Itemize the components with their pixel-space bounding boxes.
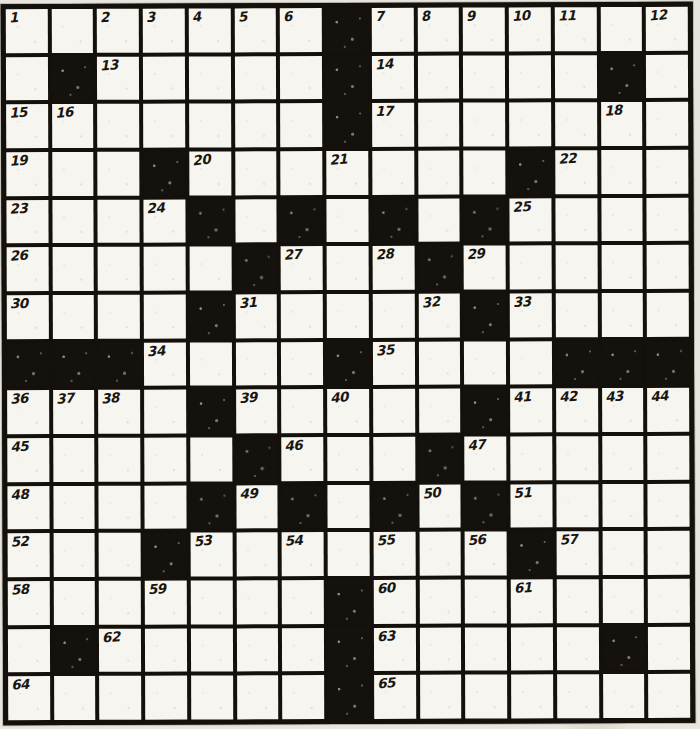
cell-r12c13[interactable]: 57 — [556, 531, 598, 575]
cell-r6c15[interactable] — [647, 245, 689, 289]
black-cell-r12c12 — [511, 532, 553, 576]
cell-r5c4[interactable]: 24 — [144, 199, 186, 243]
cell-r13c3[interactable] — [99, 581, 141, 625]
clue-number-52: 52 — [10, 534, 29, 550]
cell-r4c8[interactable]: 21 — [326, 151, 368, 195]
cell-r7c15[interactable] — [647, 293, 689, 337]
clue-number-5: 5 — [237, 9, 247, 24]
black-cell-r8c8 — [327, 342, 369, 386]
cell-r6c2[interactable] — [52, 247, 94, 291]
cell-r1c5[interactable]: 4 — [189, 8, 231, 52]
cell-r14c6[interactable] — [237, 628, 279, 672]
clue-number-45: 45 — [10, 439, 29, 455]
black-cell-r6c6 — [235, 247, 277, 291]
cell-r1c7[interactable]: 6 — [280, 8, 322, 52]
cell-r15c15[interactable] — [648, 674, 690, 718]
cell-r15c3[interactable] — [100, 676, 142, 720]
cell-r7c1[interactable]: 30 — [7, 295, 49, 339]
cell-r9c1[interactable]: 36 — [7, 390, 49, 434]
cell-r1c2[interactable] — [51, 9, 93, 53]
cell-r13c4[interactable]: 59 — [145, 581, 187, 625]
black-cell-r7c5 — [190, 294, 232, 338]
cell-r15c6[interactable] — [237, 676, 279, 720]
cell-r8c7[interactable] — [281, 342, 323, 386]
cell-r9c7[interactable] — [281, 389, 323, 433]
cell-r2c1[interactable] — [6, 57, 48, 101]
cell-r4c10[interactable] — [418, 151, 460, 195]
cell-r6c4[interactable] — [144, 247, 186, 291]
clue-number-31: 31 — [238, 295, 257, 311]
cell-r3c1[interactable]: 15 — [6, 104, 48, 148]
cell-r2c13[interactable] — [555, 55, 597, 99]
clue-number-23: 23 — [9, 200, 28, 216]
cell-r3c15[interactable] — [646, 102, 688, 146]
cell-r14c13[interactable] — [557, 627, 599, 671]
clue-number-14: 14 — [374, 56, 393, 72]
cell-r15c10[interactable] — [420, 675, 462, 719]
cell-r12c5[interactable]: 53 — [191, 533, 233, 577]
clue-number-29: 29 — [466, 246, 485, 262]
cell-r13c15[interactable] — [648, 579, 690, 623]
black-cell-r5c7 — [281, 199, 323, 243]
cell-r2c12[interactable] — [509, 55, 551, 99]
cell-r12c11[interactable]: 56 — [465, 532, 507, 576]
cell-r1c10[interactable]: 8 — [417, 8, 459, 52]
cell-r2c4[interactable] — [143, 56, 185, 100]
cell-r13c11[interactable] — [465, 579, 507, 623]
cell-r15c7[interactable] — [282, 675, 324, 719]
cell-r6c14[interactable] — [601, 245, 643, 289]
cell-r3c6[interactable] — [235, 104, 277, 148]
cell-r2c6[interactable] — [235, 56, 277, 100]
cell-r7c7[interactable] — [281, 294, 323, 338]
black-cell-r8c2 — [53, 343, 95, 387]
cell-r14c12[interactable] — [511, 627, 553, 671]
cell-r13c2[interactable] — [53, 581, 95, 625]
clue-number-43: 43 — [604, 389, 623, 405]
clue-number-38: 38 — [101, 391, 120, 407]
cell-r9c8[interactable]: 40 — [327, 389, 369, 433]
cell-r11c4[interactable] — [145, 485, 187, 529]
cell-r13c1[interactable]: 58 — [8, 581, 50, 625]
cell-r13c7[interactable] — [282, 580, 324, 624]
cell-r6c9[interactable]: 28 — [372, 246, 414, 290]
black-cell-r2c14 — [600, 55, 642, 99]
black-cell-r8c13 — [556, 341, 598, 385]
cell-r10c15[interactable] — [648, 436, 690, 480]
black-cell-r12c4 — [145, 533, 187, 577]
clue-number-50: 50 — [421, 484, 440, 501]
cell-r14c9[interactable]: 63 — [374, 627, 416, 671]
clue-number-21: 21 — [329, 151, 348, 167]
cell-r11c2[interactable] — [53, 486, 95, 530]
clue-number-22: 22 — [558, 151, 577, 167]
black-cell-r6c10 — [418, 246, 460, 290]
cell-r15c2[interactable] — [54, 676, 96, 720]
cell-r10c14[interactable] — [602, 436, 644, 480]
cell-r5c8[interactable] — [327, 199, 369, 243]
clue-number-32: 32 — [421, 294, 440, 311]
cell-r14c4[interactable] — [145, 628, 187, 672]
cell-r8c11[interactable] — [464, 341, 506, 385]
cell-r9c13[interactable]: 42 — [556, 388, 598, 432]
clue-number-47: 47 — [467, 437, 486, 453]
cell-r1c12[interactable]: 10 — [509, 7, 551, 51]
clue-number-64: 64 — [11, 677, 30, 693]
cell-r10c8[interactable] — [327, 437, 369, 481]
cell-r4c1[interactable]: 19 — [6, 152, 48, 196]
clue-number-40: 40 — [330, 390, 349, 406]
cell-r9c15[interactable]: 44 — [647, 388, 689, 432]
cell-r12c15[interactable] — [648, 531, 690, 575]
clue-number-3: 3 — [145, 9, 155, 24]
cell-r12c10[interactable] — [419, 532, 461, 576]
cell-r2c15[interactable] — [646, 54, 688, 98]
cell-r1c1[interactable]: 1 — [6, 9, 48, 53]
clue-number-58: 58 — [10, 582, 29, 598]
cell-r5c12[interactable]: 25 — [509, 198, 551, 242]
cell-r8c5[interactable] — [190, 342, 232, 386]
black-cell-r5c5 — [189, 199, 231, 243]
cell-r13c5[interactable] — [191, 580, 233, 624]
cell-r6c13[interactable] — [555, 245, 597, 289]
cell-r7c6[interactable]: 31 — [235, 294, 277, 338]
cell-r6c8[interactable] — [327, 246, 369, 290]
black-cell-r11c5 — [190, 485, 232, 529]
clue-number-51: 51 — [513, 484, 532, 500]
cell-r3c14[interactable]: 18 — [601, 102, 643, 146]
cell-r3c9[interactable]: 17 — [372, 103, 414, 147]
clue-number-27: 27 — [283, 247, 302, 263]
black-cell-r7c11 — [464, 293, 506, 337]
cell-r12c6[interactable] — [236, 533, 278, 577]
clue-number-18: 18 — [603, 103, 622, 119]
clue-number-7: 7 — [374, 9, 384, 24]
cell-r1c14[interactable] — [600, 7, 642, 51]
cell-r8c12[interactable] — [510, 341, 552, 385]
cell-r15c11[interactable] — [465, 675, 507, 719]
clue-number-37: 37 — [55, 391, 74, 407]
cell-r7c12[interactable]: 33 — [510, 293, 552, 337]
clue-number-55: 55 — [376, 533, 395, 549]
cell-r2c9[interactable]: 14 — [372, 55, 414, 99]
cell-r3c7[interactable] — [280, 103, 322, 147]
cell-r7c2[interactable] — [52, 295, 94, 339]
black-cell-r10c6 — [236, 437, 278, 481]
cell-r8c6[interactable] — [236, 342, 278, 386]
cell-r9c4[interactable] — [144, 390, 186, 434]
cell-r10c1[interactable]: 45 — [7, 438, 49, 482]
cell-r5c3[interactable] — [98, 199, 140, 243]
clue-number-16: 16 — [54, 105, 73, 121]
cell-r2c5[interactable] — [189, 56, 231, 100]
clue-number-63: 63 — [376, 628, 395, 644]
cell-r5c13[interactable] — [555, 198, 597, 242]
cell-r10c5[interactable] — [190, 437, 232, 481]
black-cell-r8c15 — [647, 340, 689, 384]
cell-r7c3[interactable] — [98, 295, 140, 339]
black-cell-r14c8 — [328, 628, 370, 672]
clue-number-42: 42 — [558, 389, 577, 405]
black-cell-r5c9 — [372, 198, 414, 242]
black-cell-r8c14 — [601, 341, 643, 385]
cell-r12c7[interactable]: 54 — [282, 532, 324, 576]
cell-r10c11[interactable]: 47 — [465, 436, 507, 480]
cell-r4c14[interactable] — [601, 150, 643, 194]
cell-r12c9[interactable]: 55 — [373, 532, 415, 576]
clue-number-35: 35 — [375, 342, 394, 358]
cell-r4c13[interactable]: 22 — [555, 150, 597, 194]
cell-r5c15[interactable] — [647, 197, 689, 241]
clue-number-25: 25 — [512, 198, 531, 214]
clue-number-56: 56 — [467, 532, 486, 548]
cell-r3c4[interactable] — [143, 104, 185, 148]
cell-r7c4[interactable] — [144, 295, 186, 339]
cell-r4c2[interactable] — [52, 152, 94, 196]
cell-r5c10[interactable] — [418, 198, 460, 242]
clue-number-36: 36 — [10, 391, 29, 407]
cell-r12c8[interactable] — [328, 532, 370, 576]
cell-r6c1[interactable]: 26 — [7, 247, 49, 291]
cell-r13c6[interactable] — [236, 580, 278, 624]
cell-r10c4[interactable] — [144, 438, 186, 482]
cell-r13c9[interactable]: 60 — [374, 580, 416, 624]
cell-r4c11[interactable] — [464, 150, 506, 194]
cell-r10c12[interactable] — [510, 436, 552, 480]
clue-number-28: 28 — [375, 247, 394, 263]
black-cell-r3c8 — [326, 103, 368, 147]
black-cell-r2c2 — [52, 57, 94, 101]
cell-r13c12[interactable]: 61 — [511, 579, 553, 623]
clue-number-57: 57 — [559, 532, 578, 548]
black-cell-r11c7 — [282, 485, 324, 529]
black-cell-r15c8 — [328, 675, 370, 719]
clue-number-30: 30 — [10, 296, 28, 311]
clue-number-62: 62 — [102, 629, 121, 645]
black-cell-r8c3 — [98, 342, 140, 386]
clue-number-59: 59 — [147, 581, 166, 597]
cell-r7c14[interactable] — [601, 293, 643, 337]
cell-r9c2[interactable]: 37 — [53, 390, 95, 434]
cell-r15c13[interactable] — [557, 674, 599, 718]
scanned-crossword-page: { "game": "crossword", "description": "H… — [0, 0, 700, 729]
cell-r11c6[interactable]: 49 — [236, 485, 278, 529]
cell-r15c1[interactable]: 64 — [8, 676, 50, 720]
clue-number-19: 19 — [9, 153, 28, 169]
clue-number-61: 61 — [513, 580, 532, 596]
cell-r2c10[interactable] — [418, 55, 460, 99]
cell-r6c3[interactable] — [98, 247, 140, 291]
cell-r11c10[interactable]: 50 — [419, 484, 461, 528]
black-cell-r2c8 — [326, 56, 368, 100]
clue-number-10: 10 — [511, 8, 530, 24]
cell-r5c2[interactable] — [52, 200, 94, 244]
cell-r11c14[interactable] — [602, 484, 644, 528]
cell-r4c7[interactable] — [281, 151, 323, 195]
cell-r1c4[interactable]: 3 — [143, 9, 185, 53]
black-cell-r4c4 — [143, 152, 185, 196]
clue-number-24: 24 — [146, 200, 165, 216]
cell-r4c15[interactable] — [647, 150, 689, 194]
cell-r6c5[interactable] — [190, 247, 232, 291]
cell-r6c11[interactable]: 29 — [464, 246, 506, 290]
black-cell-r14c14 — [602, 627, 644, 671]
clue-number-13: 13 — [100, 57, 119, 73]
cell-r9c9[interactable] — [373, 389, 415, 433]
cell-r12c1[interactable]: 52 — [8, 533, 50, 577]
cell-r11c8[interactable] — [328, 485, 370, 529]
black-cell-r1c8 — [326, 8, 368, 52]
cell-r8c10[interactable] — [419, 341, 461, 385]
cell-r4c9[interactable] — [372, 151, 414, 195]
black-cell-r4c12 — [509, 150, 551, 194]
black-cell-r14c2 — [54, 629, 96, 673]
cell-r2c7[interactable] — [280, 56, 322, 100]
cell-r15c4[interactable] — [145, 676, 187, 720]
crossword-board: 1234567891011121314151617181920212223242… — [1, 2, 696, 725]
cell-r6c12[interactable] — [510, 246, 552, 290]
cell-r3c5[interactable] — [189, 104, 231, 148]
cell-r15c12[interactable] — [511, 675, 553, 719]
clue-number-53: 53 — [193, 533, 212, 550]
cell-r7c8[interactable] — [327, 294, 369, 338]
cell-r9c12[interactable]: 41 — [510, 389, 552, 433]
cell-r9c3[interactable]: 38 — [99, 390, 141, 434]
cell-r11c13[interactable] — [556, 484, 598, 528]
cell-r12c2[interactable] — [53, 533, 95, 577]
cell-r2c11[interactable] — [463, 55, 505, 99]
cell-r1c9[interactable]: 7 — [372, 8, 414, 52]
cell-r2c3[interactable]: 13 — [97, 56, 139, 100]
cell-r13c14[interactable] — [602, 579, 644, 623]
clue-number-26: 26 — [9, 248, 28, 264]
cell-r14c11[interactable] — [465, 627, 507, 671]
cell-r11c1[interactable]: 48 — [7, 486, 49, 530]
clue-number-8: 8 — [420, 8, 430, 24]
cell-r15c14[interactable] — [603, 674, 645, 718]
black-cell-r10c10 — [419, 437, 461, 481]
cell-r8c9[interactable]: 35 — [373, 341, 415, 385]
clue-number-4: 4 — [191, 9, 201, 25]
cell-r1c11[interactable]: 9 — [463, 7, 505, 51]
clue-number-33: 33 — [512, 294, 531, 310]
black-cell-r11c9 — [373, 484, 415, 528]
clue-number-48: 48 — [10, 486, 29, 502]
clue-number-49: 49 — [239, 486, 257, 501]
clue-number-41: 41 — [513, 389, 532, 405]
cell-r9c10[interactable] — [419, 389, 461, 433]
clue-number-9: 9 — [466, 8, 476, 23]
cell-r1c13[interactable]: 11 — [555, 7, 597, 51]
cell-r1c3[interactable]: 2 — [97, 9, 139, 53]
cell-r15c5[interactable] — [191, 676, 233, 720]
cell-r5c1[interactable]: 23 — [6, 200, 48, 244]
clue-number-2: 2 — [100, 10, 110, 25]
cell-r11c15[interactable] — [648, 483, 690, 527]
black-cell-r9c11 — [464, 389, 506, 433]
black-cell-r9c5 — [190, 390, 232, 434]
cell-r12c14[interactable] — [602, 531, 644, 575]
cell-r4c6[interactable] — [235, 151, 277, 195]
cell-r3c12[interactable] — [509, 103, 551, 147]
clue-number-15: 15 — [9, 105, 28, 121]
cell-r8c4[interactable]: 34 — [144, 342, 186, 386]
clue-number-17: 17 — [375, 104, 393, 119]
cell-r9c14[interactable]: 43 — [602, 388, 644, 432]
clue-number-20: 20 — [191, 152, 210, 169]
cell-r14c3[interactable]: 62 — [99, 628, 141, 672]
cell-r10c7[interactable]: 46 — [282, 437, 324, 481]
cell-r14c5[interactable] — [191, 628, 233, 672]
clue-number-1: 1 — [8, 10, 18, 25]
clue-number-12: 12 — [648, 7, 667, 24]
cell-r5c6[interactable] — [235, 199, 277, 243]
cell-r13c10[interactable] — [419, 580, 461, 624]
black-cell-r8c1 — [7, 343, 49, 387]
cell-r3c11[interactable] — [463, 103, 505, 147]
clue-number-46: 46 — [284, 438, 303, 454]
black-cell-r11c11 — [465, 484, 507, 528]
cell-r3c3[interactable] — [98, 104, 140, 148]
cell-r3c2[interactable]: 16 — [52, 104, 94, 148]
cell-r14c1[interactable] — [8, 629, 50, 673]
cell-r4c5[interactable]: 20 — [189, 151, 231, 195]
clue-number-39: 39 — [238, 390, 257, 406]
cell-r14c15[interactable] — [648, 626, 690, 670]
clue-number-44: 44 — [650, 388, 669, 405]
cell-r1c15[interactable]: 12 — [646, 7, 688, 51]
cell-r9c6[interactable]: 39 — [236, 390, 278, 434]
cell-r10c3[interactable] — [99, 438, 141, 482]
cell-r3c10[interactable] — [418, 103, 460, 147]
clue-number-60: 60 — [376, 580, 395, 596]
cell-r14c7[interactable] — [282, 628, 324, 672]
cell-r15c9[interactable]: 65 — [374, 675, 416, 719]
cell-r4c3[interactable] — [98, 152, 140, 196]
clue-number-54: 54 — [284, 533, 303, 549]
cell-r6c7[interactable]: 27 — [281, 246, 323, 290]
cell-r7c10[interactable]: 32 — [418, 294, 460, 338]
cell-r1c6[interactable]: 5 — [234, 8, 276, 52]
cell-r11c12[interactable]: 51 — [510, 484, 552, 528]
cell-r5c14[interactable] — [601, 198, 643, 242]
cell-r10c13[interactable] — [556, 436, 598, 480]
clue-number-65: 65 — [376, 676, 395, 692]
cell-r11c3[interactable] — [99, 485, 141, 529]
cell-r12c3[interactable] — [99, 533, 141, 577]
cell-r10c2[interactable] — [53, 438, 95, 482]
cell-r7c9[interactable] — [373, 294, 415, 338]
cell-r14c10[interactable] — [420, 627, 462, 671]
cell-r13c13[interactable] — [557, 579, 599, 623]
cell-r3c13[interactable] — [555, 102, 597, 146]
clue-number-34: 34 — [147, 343, 166, 359]
clue-number-11: 11 — [557, 8, 575, 23]
cell-r7c13[interactable] — [556, 293, 598, 337]
cell-r10c9[interactable] — [373, 437, 415, 481]
clue-number-6: 6 — [283, 9, 293, 24]
black-cell-r5c11 — [464, 198, 506, 242]
black-cell-r13c8 — [328, 580, 370, 624]
